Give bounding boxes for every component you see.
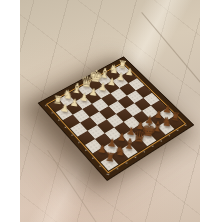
- piece-white-p: ♟: [79, 92, 89, 103]
- piece-white-p: ♟: [70, 98, 80, 109]
- chess-set-photo[interactable]: ♜♟♟♜♞♟♟♞♝♟♟♝♚♟♟♚♛♟♟♛♝♟♟♝♞♟♟♞♜♟♟♜: [20, 0, 200, 222]
- piece-white-p: ♟: [116, 72, 126, 83]
- piece-white-p: ♟: [60, 103, 70, 114]
- board-scene: ♜♟♟♜♞♟♟♞♝♟♟♝♚♟♟♚♛♟♟♛♝♟♟♝♞♟♟♞♜♟♟♜: [20, 0, 200, 222]
- piece-white-p: ♟: [89, 87, 99, 98]
- piece-black-r: ♜: [104, 151, 116, 164]
- piece-white-p: ♟: [125, 67, 135, 78]
- screenshot-root: ♜♟♟♜♞♟♟♞♝♟♟♝♚♟♟♚♛♟♟♛♝♟♟♝♞♟♟♞♜♟♟♜: [0, 0, 222, 222]
- piece-white-p: ♟: [98, 82, 108, 93]
- board-grid: ♜♟♟♜♞♟♟♞♝♟♟♝♚♟♟♚♛♟♟♛♝♟♟♝♞♟♟♞♜♟♟♜: [49, 64, 183, 171]
- piece-white-p: ♟: [107, 77, 117, 88]
- board-frame: ♜♟♟♜♞♟♟♞♝♟♟♝♚♟♟♚♛♟♟♛♝♟♟♝♞♟♟♞♜♟♟♜: [38, 56, 195, 181]
- chess-board: ♜♟♟♜♞♟♟♞♝♟♟♝♚♟♟♚♛♟♟♛♝♟♟♝♞♟♟♞♜♟♟♜: [38, 56, 195, 181]
